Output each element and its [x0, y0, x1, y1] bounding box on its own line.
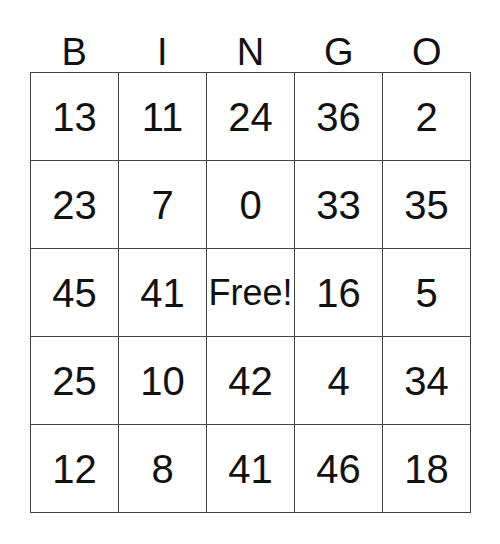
bingo-cell[interactable]: 41 — [119, 249, 207, 337]
bingo-cell[interactable]: 11 — [119, 73, 207, 161]
bingo-cell[interactable]: 5 — [383, 249, 471, 337]
bingo-cell[interactable]: 10 — [119, 337, 207, 425]
bingo-cell[interactable]: 23 — [31, 161, 119, 249]
column-letter-g: G — [295, 0, 383, 72]
bingo-cell[interactable]: 8 — [119, 425, 207, 513]
bingo-cell[interactable]: 7 — [119, 161, 207, 249]
column-letter-n: N — [206, 0, 294, 72]
bingo-cell[interactable]: 12 — [31, 425, 119, 513]
bingo-card: BINGO 131124362237033354541Free!16525104… — [0, 0, 500, 544]
bingo-header: BINGO — [30, 0, 471, 72]
bingo-cell[interactable]: 4 — [295, 337, 383, 425]
bingo-cell[interactable]: 18 — [383, 425, 471, 513]
column-letter-i: I — [118, 0, 206, 72]
free-cell[interactable]: Free! — [207, 249, 295, 337]
bingo-cell[interactable]: 42 — [207, 337, 295, 425]
bingo-cell[interactable]: 25 — [31, 337, 119, 425]
column-letter-o: O — [383, 0, 471, 72]
bingo-board: 131124362237033354541Free!16525104243412… — [30, 72, 471, 513]
bingo-cell[interactable]: 13 — [31, 73, 119, 161]
bingo-cell[interactable]: 0 — [207, 161, 295, 249]
bingo-cell[interactable]: 2 — [383, 73, 471, 161]
bingo-cell[interactable]: 35 — [383, 161, 471, 249]
bingo-cell[interactable]: 16 — [295, 249, 383, 337]
bingo-cell[interactable]: 41 — [207, 425, 295, 513]
bingo-cell[interactable]: 24 — [207, 73, 295, 161]
bingo-cell[interactable]: 33 — [295, 161, 383, 249]
bingo-cell[interactable]: 36 — [295, 73, 383, 161]
bingo-cell[interactable]: 46 — [295, 425, 383, 513]
column-letter-b: B — [30, 0, 118, 72]
bingo-cell[interactable]: 34 — [383, 337, 471, 425]
bingo-cell[interactable]: 45 — [31, 249, 119, 337]
